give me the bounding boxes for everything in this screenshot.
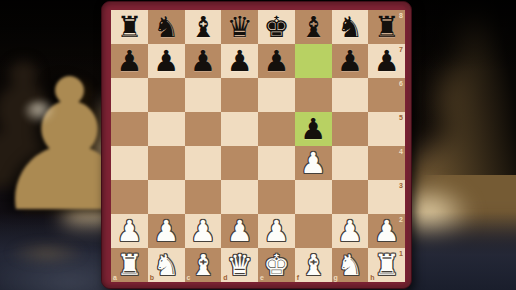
square-e3[interactable] — [258, 180, 295, 214]
piece-white-pawn-d2[interactable]: ♟ — [221, 214, 258, 248]
piece-white-rook-a1[interactable]: ♜ — [111, 248, 148, 282]
square-a2[interactable]: ♟ — [111, 214, 148, 248]
square-f3[interactable] — [295, 180, 332, 214]
square-e6[interactable] — [258, 78, 295, 112]
chess-board[interactable]: ♜♞♝♛♚♝♞♜8♟♟♟♟♟♟♟76♟5♟43♟♟♟♟♟♟♟2♜a♞b♝c♛d♚… — [111, 10, 405, 282]
piece-white-pawn-a2[interactable]: ♟ — [111, 214, 148, 248]
square-d1[interactable]: ♛d — [221, 248, 258, 282]
piece-black-knight-g8[interactable]: ♞ — [332, 10, 369, 44]
rank-label-5: 5 — [399, 114, 403, 121]
piece-black-pawn-d7[interactable]: ♟ — [221, 44, 258, 78]
square-f5[interactable]: ♟ — [295, 112, 332, 146]
square-f2[interactable] — [295, 214, 332, 248]
piece-white-pawn-e2[interactable]: ♟ — [258, 214, 295, 248]
square-h1[interactable]: ♜1h — [368, 248, 405, 282]
square-d8[interactable]: ♛ — [221, 10, 258, 44]
piece-white-pawn-b2[interactable]: ♟ — [148, 214, 185, 248]
piece-white-bishop-c1[interactable]: ♝ — [185, 248, 222, 282]
square-c6[interactable] — [185, 78, 222, 112]
square-f8[interactable]: ♝ — [295, 10, 332, 44]
square-g1[interactable]: ♞g — [332, 248, 369, 282]
square-g2[interactable]: ♟ — [332, 214, 369, 248]
square-h8[interactable]: ♜8 — [368, 10, 405, 44]
square-d7[interactable]: ♟ — [221, 44, 258, 78]
square-a8[interactable]: ♜ — [111, 10, 148, 44]
square-g7[interactable]: ♟ — [332, 44, 369, 78]
rank-label-3: 3 — [399, 182, 403, 189]
square-b3[interactable] — [148, 180, 185, 214]
square-a6[interactable] — [111, 78, 148, 112]
piece-black-pawn-e7[interactable]: ♟ — [258, 44, 295, 78]
square-c7[interactable]: ♟ — [185, 44, 222, 78]
square-d2[interactable]: ♟ — [221, 214, 258, 248]
square-h2[interactable]: ♟2 — [368, 214, 405, 248]
square-h4[interactable]: 4 — [368, 146, 405, 180]
piece-black-pawn-g7[interactable]: ♟ — [332, 44, 369, 78]
square-h6[interactable]: 6 — [368, 78, 405, 112]
square-c3[interactable] — [185, 180, 222, 214]
piece-black-pawn-f5[interactable]: ♟ — [295, 112, 332, 146]
piece-black-bishop-f8[interactable]: ♝ — [295, 10, 332, 44]
square-h5[interactable]: 5 — [368, 112, 405, 146]
square-g4[interactable] — [332, 146, 369, 180]
square-b6[interactable] — [148, 78, 185, 112]
square-b5[interactable] — [148, 112, 185, 146]
square-b1[interactable]: ♞b — [148, 248, 185, 282]
piece-white-bishop-f1[interactable]: ♝ — [295, 248, 332, 282]
piece-white-knight-b1[interactable]: ♞ — [148, 248, 185, 282]
board-frame: ♜♞♝♛♚♝♞♜8♟♟♟♟♟♟♟76♟5♟43♟♟♟♟♟♟♟2♜a♞b♝c♛d♚… — [101, 1, 412, 289]
square-e8[interactable]: ♚ — [258, 10, 295, 44]
square-b8[interactable]: ♞ — [148, 10, 185, 44]
square-f1[interactable]: ♝f — [295, 248, 332, 282]
piece-black-rook-h8[interactable]: ♜ — [368, 10, 405, 44]
piece-black-rook-a8[interactable]: ♜ — [111, 10, 148, 44]
piece-black-bishop-c8[interactable]: ♝ — [185, 10, 222, 44]
piece-white-pawn-g2[interactable]: ♟ — [332, 214, 369, 248]
square-c1[interactable]: ♝c — [185, 248, 222, 282]
square-d3[interactable] — [221, 180, 258, 214]
background-pawn-reflection — [8, 240, 86, 266]
piece-black-knight-b8[interactable]: ♞ — [148, 10, 185, 44]
piece-white-knight-g1[interactable]: ♞ — [332, 248, 369, 282]
square-b2[interactable]: ♟ — [148, 214, 185, 248]
square-e1[interactable]: ♚e — [258, 248, 295, 282]
square-c2[interactable]: ♟ — [185, 214, 222, 248]
square-e4[interactable] — [258, 146, 295, 180]
piece-white-pawn-h2[interactable]: ♟ — [368, 214, 405, 248]
square-h7[interactable]: ♟7 — [368, 44, 405, 78]
square-d4[interactable] — [221, 146, 258, 180]
square-g8[interactable]: ♞ — [332, 10, 369, 44]
square-d5[interactable] — [221, 112, 258, 146]
piece-black-queen-d8[interactable]: ♛ — [221, 10, 258, 44]
square-a5[interactable] — [111, 112, 148, 146]
square-g6[interactable] — [332, 78, 369, 112]
square-g3[interactable] — [332, 180, 369, 214]
square-g5[interactable] — [332, 112, 369, 146]
piece-white-king-e1[interactable]: ♚ — [258, 248, 295, 282]
square-a1[interactable]: ♜a — [111, 248, 148, 282]
piece-black-pawn-h7[interactable]: ♟ — [368, 44, 405, 78]
square-e2[interactable]: ♟ — [258, 214, 295, 248]
piece-black-pawn-b7[interactable]: ♟ — [148, 44, 185, 78]
square-f7[interactable] — [295, 44, 332, 78]
rank-label-4: 4 — [399, 148, 403, 155]
piece-white-rook-h1[interactable]: ♜ — [368, 248, 405, 282]
piece-white-pawn-c2[interactable]: ♟ — [185, 214, 222, 248]
square-b4[interactable] — [148, 146, 185, 180]
square-f4[interactable]: ♟ — [295, 146, 332, 180]
square-a3[interactable] — [111, 180, 148, 214]
square-f6[interactable] — [295, 78, 332, 112]
square-c8[interactable]: ♝ — [185, 10, 222, 44]
square-a4[interactable] — [111, 146, 148, 180]
square-h3[interactable]: 3 — [368, 180, 405, 214]
square-a7[interactable]: ♟ — [111, 44, 148, 78]
rank-label-6: 6 — [399, 80, 403, 87]
square-e5[interactable] — [258, 112, 295, 146]
piece-black-king-e8[interactable]: ♚ — [258, 10, 295, 44]
piece-black-pawn-a7[interactable]: ♟ — [111, 44, 148, 78]
piece-white-queen-d1[interactable]: ♛ — [221, 248, 258, 282]
scene: ♟ ♟ ♟ ♟ ♜♞♝♛♚♝♞♜8♟♟♟♟♟♟♟76♟5♟43♟♟♟♟♟♟♟2♜… — [0, 0, 516, 290]
square-b7[interactable]: ♟ — [148, 44, 185, 78]
square-e7[interactable]: ♟ — [258, 44, 295, 78]
piece-white-pawn-f4[interactable]: ♟ — [295, 146, 332, 180]
piece-black-pawn-c7[interactable]: ♟ — [185, 44, 222, 78]
square-c4[interactable] — [185, 146, 222, 180]
square-c5[interactable] — [185, 112, 222, 146]
background-pawn-glint — [24, 100, 56, 124]
square-d6[interactable] — [221, 78, 258, 112]
